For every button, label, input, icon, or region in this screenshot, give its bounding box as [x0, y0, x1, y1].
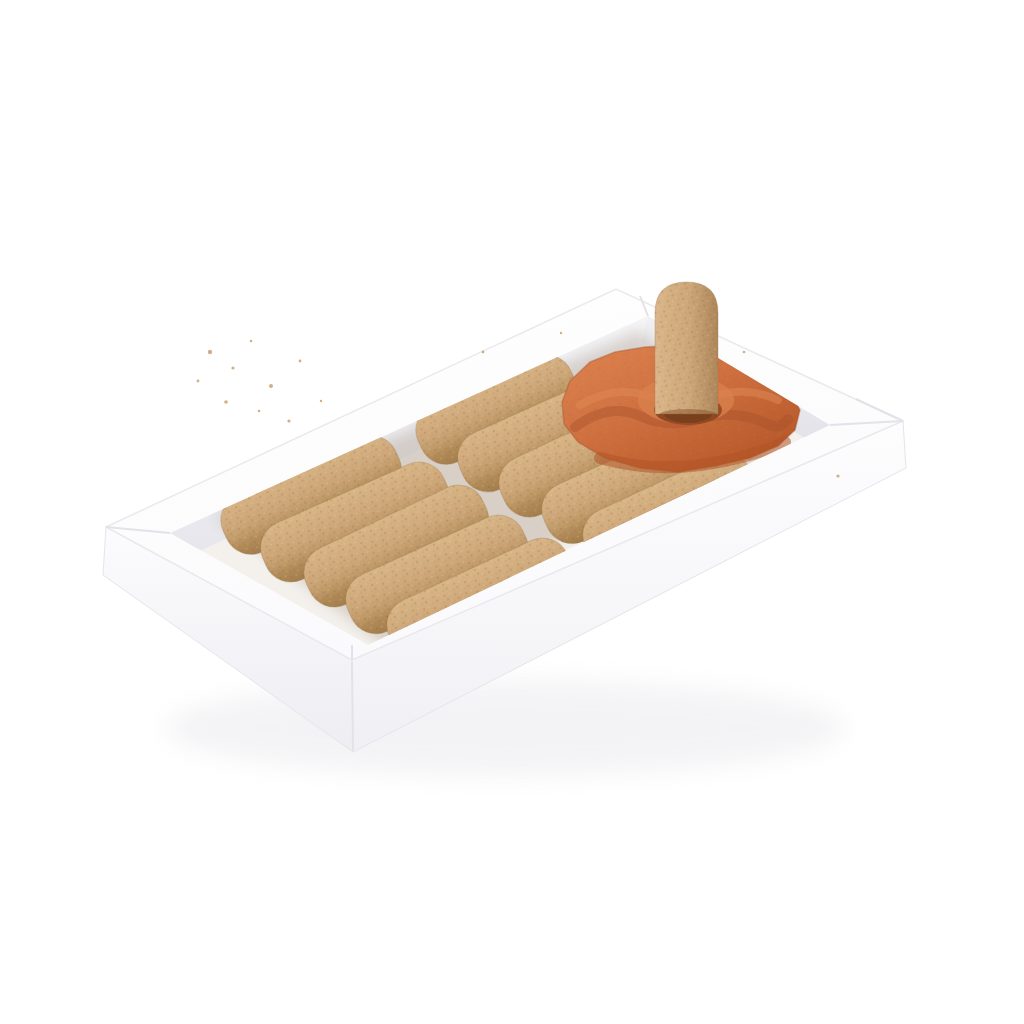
powder-speck — [743, 351, 746, 354]
powder-speck — [320, 400, 322, 402]
powder-speck — [197, 380, 200, 383]
powder-speck — [208, 350, 212, 354]
tray-cast-shadow — [165, 680, 845, 776]
powder-speck — [231, 366, 234, 369]
powder-speck — [224, 400, 228, 404]
powder-speck — [287, 419, 290, 422]
powder-speck — [258, 410, 261, 413]
standing-incense-stick — [655, 282, 718, 423]
powder-speck — [269, 384, 273, 388]
seam-south-side — [352, 662, 353, 750]
standing-stick-base-shadow — [658, 409, 718, 423]
powder-speck — [250, 340, 253, 343]
powder-speck — [560, 332, 562, 334]
product-photo — [0, 0, 1024, 1024]
powder-speck — [836, 474, 839, 477]
incense-tray-scene — [0, 0, 1024, 1024]
powder-speck — [482, 351, 485, 354]
standing-incense-stick-grain — [655, 282, 718, 414]
powder-speck — [299, 360, 302, 363]
